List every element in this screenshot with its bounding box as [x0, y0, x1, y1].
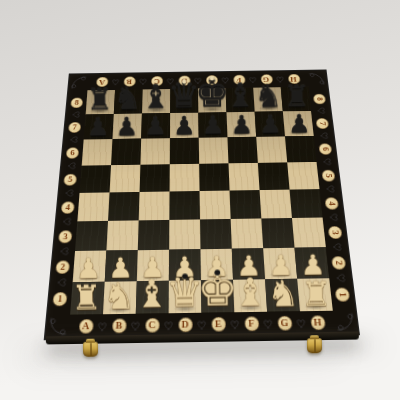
square-h5[interactable] — [287, 162, 319, 190]
heart-ornament — [196, 319, 207, 330]
coordinate-text: H — [313, 318, 322, 328]
heart-ornament — [163, 319, 174, 330]
rank-label-4: 4 — [56, 193, 80, 222]
heart-ornament — [58, 246, 69, 256]
coordinate-circle: 1 — [52, 291, 67, 305]
file-label-a: A — [87, 74, 115, 91]
coordinate-text: C — [154, 78, 160, 85]
piece-white-knight[interactable]: ♞ — [103, 279, 136, 314]
coordinate-circle: H — [287, 74, 300, 84]
square-f1[interactable]: ♝ — [233, 279, 267, 312]
coordinate-circle: 2 — [331, 256, 346, 270]
square-g1[interactable]: ♞ — [265, 279, 300, 312]
coordinate-text: A — [82, 321, 90, 331]
rank-label-3: 3 — [323, 217, 348, 247]
square-h3[interactable] — [292, 218, 326, 248]
square-d5[interactable] — [170, 164, 200, 192]
piece-white-rook[interactable]: ♜ — [71, 281, 102, 314]
coordinate-circle: F — [244, 316, 259, 331]
square-g6[interactable] — [256, 136, 287, 163]
file-label-b: B — [115, 73, 143, 90]
coordinate-text: H — [290, 75, 297, 82]
coordinate-text: 1 — [337, 292, 347, 297]
square-f5[interactable] — [228, 163, 259, 191]
file-label-e: E — [198, 72, 226, 89]
coordinate-text: 3 — [63, 232, 68, 241]
coordinate-text: 5 — [68, 175, 73, 183]
heart-ornament — [96, 320, 108, 331]
square-b6[interactable] — [111, 139, 141, 166]
square-b4[interactable] — [108, 192, 140, 221]
square-d3[interactable] — [169, 219, 200, 249]
board-tilt-group: ABCDEFGH ABCDEFGH 87654321 87654321 ♜♞♝♛… — [0, 0, 400, 400]
coordinate-text: G — [280, 318, 288, 328]
square-g8[interactable]: ♞ — [253, 87, 283, 111]
square-h1[interactable]: ♜ — [297, 278, 333, 311]
square-e1[interactable]: ♚ — [201, 280, 234, 313]
heart-ornament — [331, 242, 343, 252]
square-g7[interactable]: ♟ — [255, 111, 285, 136]
coordinate-circle: C — [145, 318, 160, 333]
file-label-c: C — [143, 73, 171, 90]
square-a6[interactable] — [82, 139, 113, 166]
coordinate-circle: 7 — [68, 121, 81, 132]
board-grid: ♜♞♝♛♚♝♞♜♟♟♟♟♟♟♟♟♟♟♟♟♟♟♟♟♜♞♝♛♚♝♞♜ — [70, 87, 333, 315]
square-f8[interactable]: ♝ — [226, 88, 255, 112]
coordinate-text: 7 — [318, 121, 327, 125]
coordinate-circle: 7 — [316, 118, 330, 129]
coordinate-text: B — [115, 321, 122, 331]
heart-ornament — [56, 277, 68, 288]
coordinate-circle: 5 — [63, 173, 77, 185]
coordinate-circle: F — [233, 75, 245, 85]
file-labels-top: ABCDEFGH — [87, 71, 308, 91]
square-e8[interactable]: ♚ — [198, 88, 227, 112]
rank-label-8: 8 — [308, 87, 330, 111]
coordinate-text: C — [148, 320, 155, 330]
coordinate-text: 2 — [60, 262, 66, 271]
coordinate-text: D — [181, 320, 188, 330]
square-h4[interactable] — [290, 189, 323, 218]
piece-white-rook[interactable]: ♜ — [301, 278, 332, 311]
square-a8[interactable]: ♜ — [86, 90, 115, 115]
square-e4[interactable] — [200, 191, 231, 220]
coordinate-text: 7 — [72, 123, 77, 131]
piece-white-bishop[interactable]: ♝ — [233, 275, 268, 312]
coordinate-circle: C — [151, 76, 163, 86]
heart-ornament — [130, 320, 141, 331]
coordinate-circle: 3 — [328, 226, 343, 239]
coordinate-circle: D — [178, 76, 190, 86]
square-b8[interactable]: ♞ — [114, 89, 143, 114]
square-f7[interactable]: ♟ — [226, 112, 256, 137]
square-e6[interactable] — [199, 137, 229, 164]
heart-ornament — [262, 318, 274, 329]
square-d1[interactable]: ♛ — [169, 280, 202, 313]
square-c7[interactable]: ♟ — [141, 113, 170, 138]
coordinate-circle: B — [111, 318, 126, 333]
heart-ornament — [229, 318, 240, 329]
square-d6[interactable] — [170, 138, 199, 165]
rank-label-8: 8 — [66, 90, 88, 114]
heart-ornament — [335, 273, 347, 284]
crown-finial — [214, 270, 220, 276]
coordinate-text: B — [126, 78, 132, 85]
square-a4[interactable] — [77, 192, 109, 221]
coordinate-circle: D — [178, 317, 192, 332]
rank-label-7: 7 — [64, 114, 86, 139]
heart-ornament — [61, 217, 72, 227]
brass-hinge-right — [307, 338, 322, 353]
coordinate-text: 6 — [70, 149, 75, 157]
square-c5[interactable] — [140, 164, 170, 192]
piece-white-bishop[interactable]: ♝ — [134, 276, 169, 313]
square-c3[interactable] — [138, 220, 170, 250]
coordinate-circle: 8 — [313, 93, 326, 104]
square-d7[interactable]: ♟ — [170, 113, 199, 138]
square-c4[interactable] — [139, 191, 170, 220]
rank-label-5: 5 — [59, 166, 82, 194]
square-c8[interactable]: ♝ — [142, 89, 170, 113]
piece-black-pawn[interactable]: ♟ — [202, 113, 225, 137]
square-d4[interactable] — [169, 191, 200, 220]
board-frame: ABCDEFGH ABCDEFGH 87654321 87654321 ♜♞♝♛… — [45, 70, 359, 339]
square-e5[interactable] — [199, 163, 229, 191]
coordinate-circle: 4 — [61, 201, 75, 214]
square-h6[interactable] — [285, 136, 317, 163]
chess-board: ABCDEFGH ABCDEFGH 87654321 87654321 ♜♞♝♛… — [45, 70, 359, 339]
piece-black-pawn[interactable]: ♟ — [87, 115, 110, 139]
coordinate-circle: G — [260, 74, 273, 84]
square-b5[interactable] — [110, 165, 141, 193]
ornament — [307, 70, 328, 87]
coordinate-text: 4 — [327, 201, 337, 205]
square-a3[interactable] — [75, 221, 108, 251]
piece-white-knight[interactable]: ♞ — [267, 276, 300, 311]
coordinate-circle: 1 — [335, 287, 351, 301]
file-label-f: F — [225, 71, 253, 88]
rank-label-6: 6 — [314, 136, 337, 162]
coordinate-text: 5 — [324, 173, 333, 177]
square-a1[interactable]: ♜ — [70, 282, 105, 315]
photo-scene: ABCDEFGH ABCDEFGH 87654321 87654321 ♜♞♝♛… — [0, 0, 400, 400]
heart-ornament — [328, 212, 339, 222]
coordinate-text: 6 — [321, 147, 330, 151]
coordinate-text: 8 — [315, 97, 324, 101]
coordinate-text: F — [236, 76, 241, 83]
piece-black-pawn[interactable]: ♟ — [173, 114, 196, 138]
brass-hinge-left — [83, 342, 98, 357]
rank-label-1: 1 — [47, 282, 73, 315]
coordinate-text: E — [215, 319, 222, 329]
coordinate-circle: A — [96, 77, 109, 87]
square-h8[interactable]: ♜ — [281, 87, 311, 111]
heart-ornament — [295, 317, 307, 328]
coordinate-circle: E — [211, 317, 226, 332]
coordinate-circle: H — [310, 315, 326, 330]
square-c6[interactable] — [140, 138, 170, 165]
square-d8[interactable]: ♛ — [170, 89, 198, 113]
piece-black-pawn[interactable]: ♟ — [259, 112, 282, 136]
rank-label-1: 1 — [329, 278, 356, 311]
coordinate-circle: A — [78, 319, 93, 334]
square-g3[interactable] — [261, 218, 294, 248]
coordinate-circle: 6 — [318, 143, 332, 154]
coordinate-circle: 8 — [70, 97, 83, 108]
coordinate-text: 2 — [334, 260, 344, 265]
square-f6[interactable] — [227, 137, 257, 164]
square-e7[interactable]: ♟ — [198, 112, 227, 137]
coordinate-circle: E — [205, 75, 217, 85]
file-label-h: H — [279, 71, 308, 88]
square-b7[interactable]: ♟ — [112, 114, 142, 140]
square-b1[interactable]: ♞ — [103, 281, 137, 314]
crown-finial — [182, 274, 188, 280]
rank-label-4: 4 — [320, 189, 345, 218]
square-c1[interactable]: ♝ — [136, 281, 169, 314]
rank-label-7: 7 — [311, 111, 334, 136]
coordinate-text: F — [248, 319, 255, 329]
square-a7[interactable]: ♟ — [84, 114, 114, 140]
square-b3[interactable] — [106, 220, 138, 250]
piece-black-pawn[interactable]: ♟ — [144, 114, 167, 138]
rank-label-3: 3 — [53, 221, 77, 251]
square-g5[interactable] — [258, 162, 290, 190]
coordinate-text: 3 — [330, 230, 340, 235]
coordinate-text: A — [99, 78, 105, 85]
rank-label-6: 6 — [61, 139, 84, 165]
square-e3[interactable] — [200, 219, 232, 249]
coordinate-text: E — [209, 77, 215, 84]
coordinate-circle: G — [277, 316, 292, 331]
piece-black-pawn[interactable]: ♟ — [115, 114, 138, 138]
coordinate-circle: 4 — [324, 197, 339, 210]
square-h7[interactable]: ♟ — [283, 111, 314, 136]
piece-white-queen[interactable]: ♛ — [166, 273, 204, 313]
square-g4[interactable] — [260, 190, 292, 219]
piece-black-pawn[interactable]: ♟ — [230, 113, 253, 137]
square-f3[interactable] — [231, 218, 264, 248]
piece-black-pawn[interactable]: ♟ — [288, 112, 311, 136]
coordinate-text: 8 — [74, 99, 79, 106]
file-label-d: D — [170, 72, 198, 89]
coordinate-circle: 2 — [55, 260, 70, 274]
file-label-g: G — [252, 71, 281, 88]
coordinate-text: 4 — [65, 203, 70, 212]
coordinate-circle: 5 — [321, 169, 335, 181]
coordinate-text: 1 — [57, 294, 63, 304]
coordinate-circle: B — [123, 76, 135, 86]
coordinate-text: G — [263, 76, 270, 83]
rank-label-5: 5 — [317, 162, 341, 190]
coordinate-circle: 6 — [66, 147, 80, 159]
coordinate-text: D — [181, 77, 187, 84]
coordinate-circle: 3 — [58, 230, 73, 243]
square-a5[interactable] — [80, 165, 111, 193]
square-f4[interactable] — [230, 190, 262, 219]
